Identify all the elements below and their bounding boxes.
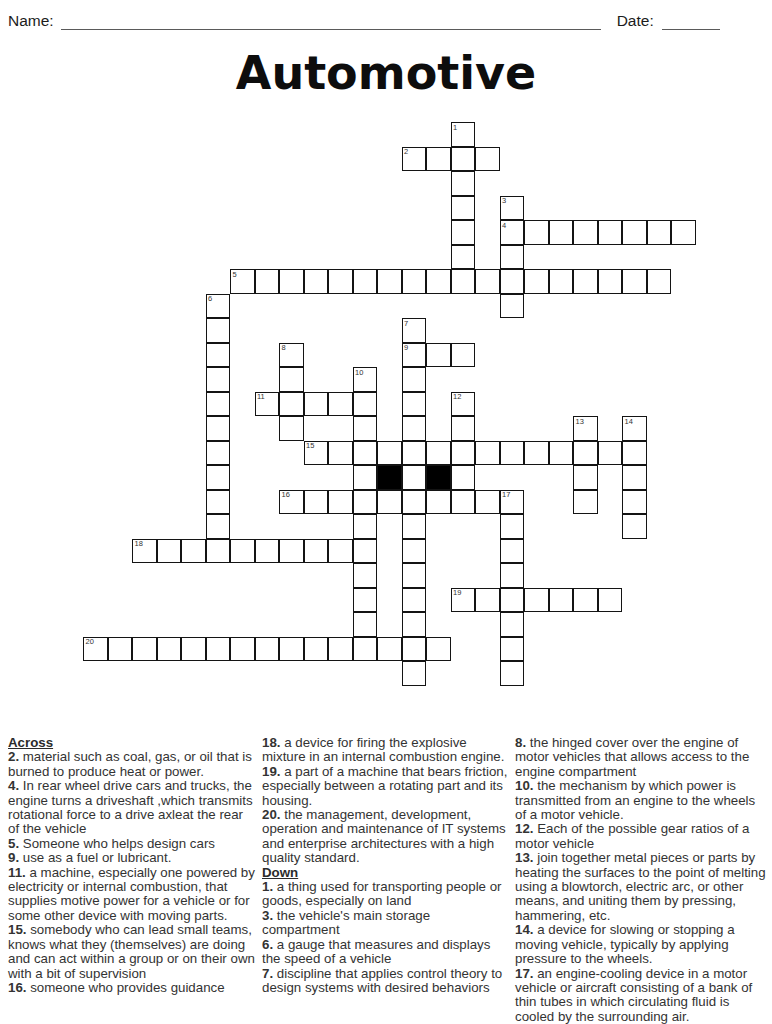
cell-number: 2 xyxy=(404,148,408,156)
clue-number: 3. xyxy=(262,908,273,923)
crossword-grid: 1234567891011121314151617181920 xyxy=(83,122,696,686)
grid-cell[interactable] xyxy=(230,637,255,662)
grid-cell[interactable] xyxy=(598,269,623,294)
grid-cell[interactable] xyxy=(353,465,378,490)
grid-cell[interactable] xyxy=(451,245,476,270)
grid-cell[interactable] xyxy=(549,588,574,613)
cell-number: 1 xyxy=(453,124,457,132)
grid-cell[interactable] xyxy=(206,514,231,539)
grid-cell[interactable] xyxy=(279,367,304,392)
grid-cell[interactable] xyxy=(451,196,476,221)
grid-cell[interactable] xyxy=(206,392,231,417)
grid-cell[interactable] xyxy=(279,637,304,662)
clues-column-right: 8. the hinged cover over the engine of m… xyxy=(515,736,769,1024)
clue-number: 9. xyxy=(8,850,19,865)
grid-cell[interactable] xyxy=(426,637,451,662)
grid-cell[interactable] xyxy=(402,416,427,441)
grid-cell[interactable] xyxy=(230,539,255,564)
grid-cell[interactable] xyxy=(255,637,280,662)
grid-cell[interactable] xyxy=(524,269,549,294)
grid-cell[interactable] xyxy=(622,490,647,515)
grid-cell[interactable] xyxy=(622,441,647,466)
grid-cell[interactable] xyxy=(500,514,525,539)
date-blank-line[interactable] xyxy=(662,13,720,30)
clues-column-middle: 18. a device for firing the explosive mi… xyxy=(262,736,511,995)
grid-cell[interactable] xyxy=(304,269,329,294)
clue-number: 7. xyxy=(262,966,273,981)
grid-cell[interactable] xyxy=(402,441,427,466)
grid-cell[interactable] xyxy=(475,147,500,172)
grid-cell[interactable] xyxy=(157,637,182,662)
grid-cell[interactable] xyxy=(451,465,476,490)
grid-cell[interactable] xyxy=(402,465,427,490)
grid-cell[interactable] xyxy=(475,269,500,294)
worksheet-page: Name: Date: Automotive 12345678910111213… xyxy=(0,0,772,1024)
puzzle-title: Automotive xyxy=(0,46,772,100)
clue-18: 18. a device for firing the explosive mi… xyxy=(262,736,511,765)
grid-cell[interactable] xyxy=(353,514,378,539)
grid-cell[interactable] xyxy=(426,490,451,515)
grid-cell[interactable] xyxy=(671,220,696,245)
grid-cell[interactable] xyxy=(279,269,304,294)
cell-number: 17 xyxy=(502,491,510,499)
grid-cell[interactable] xyxy=(598,588,623,613)
grid-cell[interactable] xyxy=(647,269,672,294)
grid-cell[interactable] xyxy=(377,490,402,515)
grid-cell[interactable] xyxy=(500,661,525,686)
grid-cell[interactable] xyxy=(328,269,353,294)
clue-16: 16. someone who provides guidance xyxy=(8,981,256,995)
grid-cell[interactable] xyxy=(402,612,427,637)
grid-cell[interactable] xyxy=(475,490,500,515)
grid-cell[interactable] xyxy=(451,171,476,196)
grid-cell[interactable] xyxy=(206,465,231,490)
clue-2: 2. material such as coal, gas, or oil th… xyxy=(8,750,256,779)
grid-cell[interactable]: 13 xyxy=(573,416,598,441)
grid-cell[interactable] xyxy=(426,441,451,466)
grid-cell[interactable] xyxy=(549,220,574,245)
grid-cell[interactable] xyxy=(500,539,525,564)
grid-cell[interactable] xyxy=(524,441,549,466)
grid-cell[interactable] xyxy=(206,343,231,368)
clue-number: 15. xyxy=(8,922,27,937)
date-label: Date: xyxy=(617,12,654,30)
grid-cell[interactable] xyxy=(500,441,525,466)
grid-cell[interactable] xyxy=(402,367,427,392)
clue-number: 11. xyxy=(8,865,26,880)
cell-number: 13 xyxy=(576,418,584,426)
grid-cell[interactable]: 19 xyxy=(451,588,476,613)
grid-cell[interactable] xyxy=(622,465,647,490)
clue-number: 18. xyxy=(262,735,281,750)
grid-cell[interactable]: 16 xyxy=(279,490,304,515)
grid-cell[interactable] xyxy=(402,661,427,686)
grid-cell[interactable] xyxy=(500,269,525,294)
cell-number: 3 xyxy=(502,197,506,205)
grid-cell[interactable] xyxy=(206,441,231,466)
grid-cell[interactable] xyxy=(500,245,525,270)
grid-cell[interactable] xyxy=(328,637,353,662)
grid-cell[interactable]: 14 xyxy=(622,416,647,441)
clue-number: 20. xyxy=(262,807,281,822)
grid-cell[interactable] xyxy=(573,465,598,490)
grid-cell[interactable] xyxy=(573,269,598,294)
cell-number: 9 xyxy=(404,344,408,352)
grid-cell[interactable] xyxy=(206,416,231,441)
grid-cell[interactable] xyxy=(206,637,231,662)
grid-cell[interactable] xyxy=(622,269,647,294)
grid-cell[interactable]: 2 xyxy=(402,147,427,172)
grid-cell[interactable] xyxy=(353,441,378,466)
grid-cell[interactable] xyxy=(279,416,304,441)
grid-cell[interactable] xyxy=(573,441,598,466)
cell-number: 6 xyxy=(208,295,212,303)
clue-5: 5. Someone who helps design cars xyxy=(8,837,256,851)
grid-cell[interactable] xyxy=(255,269,280,294)
cell-number: 18 xyxy=(135,540,143,548)
cell-number: 11 xyxy=(257,393,265,401)
clue-10: 10. the mechanism by which power is tran… xyxy=(515,779,769,822)
clue-number: 17. xyxy=(515,966,534,981)
clue-number: 5. xyxy=(8,836,19,851)
grid-cell[interactable] xyxy=(451,220,476,245)
clue-number: 19. xyxy=(262,764,281,779)
clue-4: 4. In rear wheel drive cars and trucks, … xyxy=(8,779,256,837)
grid-cell[interactable]: 9 xyxy=(402,343,427,368)
grid-cell[interactable]: 3 xyxy=(500,196,525,221)
grid-cell[interactable] xyxy=(206,539,231,564)
grid-cell[interactable]: 10 xyxy=(353,367,378,392)
cell-number: 19 xyxy=(453,589,461,597)
grid-cell[interactable]: 4 xyxy=(500,220,525,245)
clues-heading-down: Down xyxy=(262,866,511,880)
cell-number: 20 xyxy=(86,638,94,646)
clue-3: 3. the vehicle's main storage compartmen… xyxy=(262,909,511,938)
grid-cell[interactable] xyxy=(353,416,378,441)
grid-cell[interactable] xyxy=(500,612,525,637)
grid-cell[interactable] xyxy=(328,490,353,515)
grid-cell[interactable] xyxy=(353,392,378,417)
grid-cell[interactable] xyxy=(549,441,574,466)
clue-14: 14. a device for slowing or stopping a m… xyxy=(515,923,769,966)
clue-15: 15. somebody who can lead small teams, k… xyxy=(8,923,256,981)
clue-19: 19. a part of a machine that bears frict… xyxy=(262,765,511,808)
clue-13: 13. join together metal pieces or parts … xyxy=(515,851,769,923)
grid-cell[interactable] xyxy=(500,637,525,662)
grid-cell[interactable] xyxy=(451,490,476,515)
grid-cell[interactable] xyxy=(622,220,647,245)
grid-cell[interactable] xyxy=(157,539,182,564)
clue-number: 14. xyxy=(515,922,534,937)
clue-6: 6. a gauge that measures and displays th… xyxy=(262,938,511,967)
grid-cell[interactable] xyxy=(426,269,451,294)
grid-cell[interactable] xyxy=(500,588,525,613)
grid-cell[interactable]: 11 xyxy=(255,392,280,417)
grid-cell[interactable] xyxy=(475,441,500,466)
grid-cell[interactable] xyxy=(573,220,598,245)
grid-cell[interactable] xyxy=(377,637,402,662)
grid-cell[interactable] xyxy=(377,269,402,294)
grid-cell[interactable] xyxy=(402,588,427,613)
grid-cell[interactable]: 18 xyxy=(132,539,157,564)
grid-cell[interactable]: 6 xyxy=(206,294,231,319)
grid-cell[interactable] xyxy=(647,220,672,245)
clue-number: 8. xyxy=(515,735,526,750)
clue-number: 13. xyxy=(515,850,534,865)
grid-cell[interactable] xyxy=(328,441,353,466)
grid-cell[interactable] xyxy=(353,563,378,588)
grid-cell[interactable] xyxy=(304,539,329,564)
grid-cell[interactable] xyxy=(451,343,476,368)
grid-cell[interactable]: 15 xyxy=(304,441,329,466)
grid-cell[interactable]: 7 xyxy=(402,318,427,343)
grid-cell[interactable]: 20 xyxy=(83,637,108,662)
grid-cell[interactable] xyxy=(206,367,231,392)
grid-cell[interactable] xyxy=(426,147,451,172)
grid-cell[interactable] xyxy=(353,637,378,662)
grid-cell[interactable] xyxy=(598,220,623,245)
grid-cell[interactable] xyxy=(181,637,206,662)
clue-number: 6. xyxy=(262,937,273,952)
header: Name: Date: xyxy=(8,8,764,30)
grid-cell[interactable] xyxy=(622,514,647,539)
grid-cell[interactable] xyxy=(402,490,427,515)
grid-cell[interactable] xyxy=(402,514,427,539)
cell-number: 10 xyxy=(355,369,363,377)
grid-cell[interactable] xyxy=(304,392,329,417)
cell-number: 5 xyxy=(233,271,237,279)
clue-number: 12. xyxy=(515,821,534,836)
grid-cell[interactable] xyxy=(402,269,427,294)
grid-cell[interactable] xyxy=(598,441,623,466)
cell-number: 8 xyxy=(282,344,286,352)
grid-cell[interactable] xyxy=(500,563,525,588)
grid-cell[interactable] xyxy=(206,490,231,515)
cell-number: 7 xyxy=(404,320,408,328)
grid-cell[interactable] xyxy=(573,588,598,613)
grid-cell[interactable] xyxy=(353,539,378,564)
grid-cell[interactable] xyxy=(451,441,476,466)
grid-cell[interactable] xyxy=(377,441,402,466)
grid-cell[interactable] xyxy=(353,588,378,613)
grid-cell[interactable] xyxy=(451,416,476,441)
grid-cell[interactable]: 12 xyxy=(451,392,476,417)
grid-cell[interactable] xyxy=(181,539,206,564)
clue-8: 8. the hinged cover over the engine of m… xyxy=(515,736,769,779)
clue-number: 1. xyxy=(262,879,273,894)
clue-20: 20. the management, development, operati… xyxy=(262,808,511,866)
grid-cell[interactable] xyxy=(426,343,451,368)
grid-cell[interactable] xyxy=(402,392,427,417)
clue-1: 1. a thing used for transporting people … xyxy=(262,880,511,909)
grid-cell[interactable] xyxy=(451,147,476,172)
grid-cell[interactable]: 8 xyxy=(279,343,304,368)
grid-cell[interactable] xyxy=(353,269,378,294)
grid-cell[interactable] xyxy=(402,539,427,564)
grid-cell[interactable] xyxy=(328,392,353,417)
grid-cell[interactable] xyxy=(328,539,353,564)
grid-cell[interactable] xyxy=(353,612,378,637)
grid-cell[interactable] xyxy=(402,563,427,588)
clues-column-left: Across2. material such as coal, gas, or … xyxy=(8,736,256,995)
clue-9: 9. use as a fuel or lubricant. xyxy=(8,851,256,865)
cell-number: 14 xyxy=(625,418,633,426)
grid-cell[interactable] xyxy=(402,637,427,662)
grid-cell[interactable] xyxy=(255,539,280,564)
grid-cell[interactable] xyxy=(279,539,304,564)
grid-cell[interactable] xyxy=(279,392,304,417)
clue-number: 16. xyxy=(8,980,27,995)
grid-cell[interactable] xyxy=(573,490,598,515)
grid-cell[interactable]: 17 xyxy=(500,490,525,515)
grid-cell[interactable] xyxy=(132,637,157,662)
grid-cell[interactable] xyxy=(524,220,549,245)
cell-number: 4 xyxy=(502,222,506,230)
clue-number: 10. xyxy=(515,778,534,793)
clue-7: 7. discipline that applies control theor… xyxy=(262,967,511,996)
grid-cell[interactable] xyxy=(108,637,133,662)
name-label: Name: xyxy=(8,12,54,30)
cell-number: 16 xyxy=(282,491,290,499)
grid-cell[interactable]: 1 xyxy=(451,122,476,147)
clue-11: 11. a machine, especially one powered by… xyxy=(8,866,256,924)
grid-cell[interactable]: 5 xyxy=(230,269,255,294)
name-blank-line[interactable] xyxy=(61,13,601,30)
grid-cell[interactable] xyxy=(206,318,231,343)
grid-cell[interactable] xyxy=(524,588,549,613)
grid-cell[interactable] xyxy=(500,294,525,319)
grid-cell[interactable] xyxy=(451,269,476,294)
blocked-cell xyxy=(377,465,402,490)
clue-12: 12. Each of the possible gear ratios of … xyxy=(515,822,769,851)
grid-cell[interactable] xyxy=(304,637,329,662)
grid-cell[interactable] xyxy=(549,269,574,294)
cell-number: 15 xyxy=(306,442,314,450)
grid-cell[interactable] xyxy=(475,588,500,613)
grid-cell[interactable] xyxy=(304,490,329,515)
clue-number: 4. xyxy=(8,778,19,793)
cell-number: 12 xyxy=(453,393,461,401)
grid-cell[interactable] xyxy=(353,490,378,515)
clues-heading-across: Across xyxy=(8,736,256,750)
blocked-cell xyxy=(426,465,451,490)
clue-17: 17. an engine-cooling device in a motor … xyxy=(515,967,769,1024)
clue-number: 2. xyxy=(8,749,19,764)
